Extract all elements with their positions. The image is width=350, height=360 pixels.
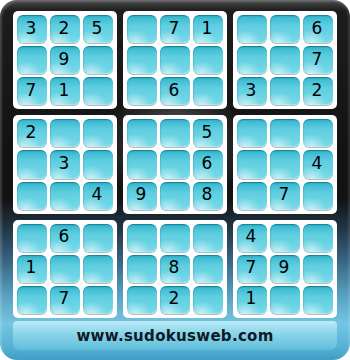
cell-value: 7 xyxy=(312,51,323,68)
board-frame: 3259717166732234569847617824791 www.sudo… xyxy=(0,0,350,360)
cell-r4c3[interactable] xyxy=(83,119,113,147)
cell-r1c5[interactable]: 7 xyxy=(160,15,190,43)
cell-r7c8[interactable] xyxy=(270,224,300,252)
cell-r8c4[interactable] xyxy=(127,255,157,283)
cell-r3c3[interactable] xyxy=(83,77,113,105)
cell-r5c7[interactable] xyxy=(237,150,267,178)
cell-r1c6[interactable]: 1 xyxy=(193,15,223,43)
cell-value: 1 xyxy=(59,82,70,99)
cell-r1c2[interactable]: 2 xyxy=(50,15,80,43)
cell-r5c9[interactable]: 4 xyxy=(303,150,333,178)
cell-r3c6[interactable] xyxy=(193,77,223,105)
cell-value: 7 xyxy=(26,82,37,99)
cell-r8c6[interactable] xyxy=(193,255,223,283)
cell-r8c1[interactable]: 1 xyxy=(17,255,47,283)
box-r1c2: 716 xyxy=(123,11,227,109)
cell-r8c8[interactable]: 9 xyxy=(270,255,300,283)
cell-value: 9 xyxy=(136,186,147,203)
cell-value: 2 xyxy=(312,82,323,99)
page: 3259717166732234569847617824791 www.sudo… xyxy=(0,0,350,360)
cell-r9c4[interactable] xyxy=(127,286,157,314)
cell-value: 7 xyxy=(279,186,290,203)
cell-r8c5[interactable]: 8 xyxy=(160,255,190,283)
cell-r6c5[interactable] xyxy=(160,182,190,210)
cell-r7c4[interactable] xyxy=(127,224,157,252)
footer-url: www.sudokusweb.com xyxy=(76,327,273,345)
cell-value: 8 xyxy=(202,186,213,203)
cell-r6c8[interactable]: 7 xyxy=(270,182,300,210)
cell-r7c6[interactable] xyxy=(193,224,223,252)
cell-r4c6[interactable]: 5 xyxy=(193,119,223,147)
cell-r2c9[interactable]: 7 xyxy=(303,46,333,74)
box-r2c3: 47 xyxy=(233,115,337,213)
cell-value: 5 xyxy=(92,20,103,37)
cell-r8c7[interactable]: 7 xyxy=(237,255,267,283)
cell-value: 4 xyxy=(92,186,103,203)
cell-r3c8[interactable] xyxy=(270,77,300,105)
cell-r5c3[interactable] xyxy=(83,150,113,178)
cell-r9c3[interactable] xyxy=(83,286,113,314)
cell-r2c6[interactable] xyxy=(193,46,223,74)
box-r1c1: 325971 xyxy=(13,11,117,109)
cell-r2c3[interactable] xyxy=(83,46,113,74)
cell-r5c4[interactable] xyxy=(127,150,157,178)
cell-r6c3[interactable]: 4 xyxy=(83,182,113,210)
sudoku-board: 3259717166732234569847617824791 xyxy=(13,11,337,318)
box-r2c1: 234 xyxy=(13,115,117,213)
cell-r3c7[interactable]: 3 xyxy=(237,77,267,105)
cell-r4c2[interactable] xyxy=(50,119,80,147)
cell-r4c9[interactable] xyxy=(303,119,333,147)
cell-r9c1[interactable] xyxy=(17,286,47,314)
cell-r7c9[interactable] xyxy=(303,224,333,252)
cell-r9c7[interactable]: 1 xyxy=(237,286,267,314)
cell-r7c7[interactable]: 4 xyxy=(237,224,267,252)
cell-value: 2 xyxy=(169,290,180,307)
cell-value: 5 xyxy=(202,124,213,141)
cell-r7c3[interactable] xyxy=(83,224,113,252)
cell-value: 2 xyxy=(26,124,37,141)
cell-r6c9[interactable] xyxy=(303,182,333,210)
box-r3c1: 617 xyxy=(13,220,117,318)
cell-value: 3 xyxy=(26,20,37,37)
cell-r7c5[interactable] xyxy=(160,224,190,252)
cell-value: 4 xyxy=(246,228,257,245)
cell-r9c5[interactable]: 2 xyxy=(160,286,190,314)
cell-r6c6[interactable]: 8 xyxy=(193,182,223,210)
cell-r2c4[interactable] xyxy=(127,46,157,74)
cell-r9c6[interactable] xyxy=(193,286,223,314)
cell-r3c9[interactable]: 2 xyxy=(303,77,333,105)
cell-r1c3[interactable]: 5 xyxy=(83,15,113,43)
cell-r2c2[interactable]: 9 xyxy=(50,46,80,74)
cell-value: 7 xyxy=(59,290,70,307)
cell-value: 6 xyxy=(202,155,213,172)
cell-r4c4[interactable] xyxy=(127,119,157,147)
cell-r8c2[interactable] xyxy=(50,255,80,283)
cell-r3c1[interactable]: 7 xyxy=(17,77,47,105)
cell-r8c3[interactable] xyxy=(83,255,113,283)
cell-r3c5[interactable]: 6 xyxy=(160,77,190,105)
cell-r1c1[interactable]: 3 xyxy=(17,15,47,43)
box-r3c3: 4791 xyxy=(233,220,337,318)
cell-r2c5[interactable] xyxy=(160,46,190,74)
cell-r3c4[interactable] xyxy=(127,77,157,105)
cell-value: 9 xyxy=(279,259,290,276)
box-r3c2: 82 xyxy=(123,220,227,318)
cell-r9c2[interactable]: 7 xyxy=(50,286,80,314)
cell-value: 8 xyxy=(169,259,180,276)
cell-value: 2 xyxy=(59,20,70,37)
cell-r7c2[interactable]: 6 xyxy=(50,224,80,252)
cell-value: 3 xyxy=(59,155,70,172)
cell-r5c1[interactable] xyxy=(17,150,47,178)
cell-r8c9[interactable] xyxy=(303,255,333,283)
cell-r6c4[interactable]: 9 xyxy=(127,182,157,210)
cell-r2c1[interactable] xyxy=(17,46,47,74)
cell-r4c7[interactable] xyxy=(237,119,267,147)
cell-r6c2[interactable] xyxy=(50,182,80,210)
cell-value: 7 xyxy=(246,259,257,276)
footer-bar: www.sudokusweb.com xyxy=(13,321,337,350)
cell-value: 9 xyxy=(59,51,70,68)
cell-r1c4[interactable] xyxy=(127,15,157,43)
cell-value: 1 xyxy=(202,20,213,37)
cell-r7c1[interactable] xyxy=(17,224,47,252)
cell-r5c2[interactable]: 3 xyxy=(50,150,80,178)
cell-r9c8[interactable] xyxy=(270,286,300,314)
cell-r5c8[interactable] xyxy=(270,150,300,178)
cell-r4c8[interactable] xyxy=(270,119,300,147)
cell-r2c7[interactable] xyxy=(237,46,267,74)
box-r1c3: 6732 xyxy=(233,11,337,109)
cell-value: 3 xyxy=(246,82,257,99)
cell-value: 6 xyxy=(312,20,323,37)
box-r2c2: 5698 xyxy=(123,115,227,213)
cell-value: 6 xyxy=(59,228,70,245)
cell-r4c5[interactable] xyxy=(160,119,190,147)
cell-value: 1 xyxy=(246,290,257,307)
cell-r1c7[interactable] xyxy=(237,15,267,43)
cell-r4c1[interactable]: 2 xyxy=(17,119,47,147)
cell-value: 4 xyxy=(312,155,323,172)
cell-r1c8[interactable] xyxy=(270,15,300,43)
cell-value: 6 xyxy=(169,82,180,99)
cell-value: 7 xyxy=(169,20,180,37)
cell-r6c1[interactable] xyxy=(17,182,47,210)
cell-r1c9[interactable]: 6 xyxy=(303,15,333,43)
cell-r5c5[interactable] xyxy=(160,150,190,178)
cell-r9c9[interactable] xyxy=(303,286,333,314)
cell-r3c2[interactable]: 1 xyxy=(50,77,80,105)
cell-r6c7[interactable] xyxy=(237,182,267,210)
cell-r2c8[interactable] xyxy=(270,46,300,74)
cell-value: 1 xyxy=(26,259,37,276)
cell-r5c6[interactable]: 6 xyxy=(193,150,223,178)
